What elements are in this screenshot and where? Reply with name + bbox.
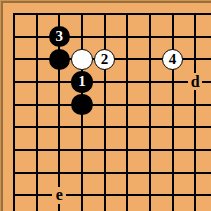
black-stone <box>71 94 93 116</box>
go-diagram-frame: 3214de <box>0 0 211 211</box>
stone-move-number: 4 <box>169 51 177 66</box>
stone-move-number: 3 <box>56 29 64 44</box>
go-board: 3214de <box>3 3 207 207</box>
black-stone-move-3: 3 <box>49 26 71 48</box>
black-stone-move-1: 1 <box>71 71 93 93</box>
point-label-d: d <box>188 73 202 90</box>
stone-move-number: 2 <box>101 51 109 66</box>
black-stone <box>49 49 71 71</box>
white-stone <box>71 49 93 71</box>
white-stone-move-4: 4 <box>162 49 184 71</box>
point-label-e: e <box>52 187 66 204</box>
stone-move-number: 1 <box>78 74 86 89</box>
white-stone-move-2: 2 <box>94 49 116 71</box>
